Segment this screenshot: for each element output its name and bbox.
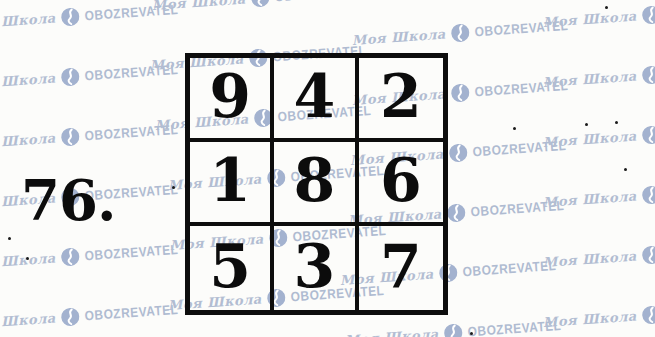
moya-shkola-watermark-text: Моя Школа — [151, 0, 246, 12]
moya-shkola-watermark-text: Моя Школа — [542, 308, 637, 330]
obozrevatel-logo-icon — [60, 306, 80, 326]
scan-speck — [172, 186, 175, 189]
grid-cell-r2c1: 1 — [190, 142, 274, 226]
cell-value: 6 — [380, 150, 422, 210]
problem-number: 76. — [21, 172, 115, 228]
obozrevatel-watermark-text: OBOZREVATEL — [84, 301, 179, 323]
watermark-unit: Моя ШколаOBOZREVATEL — [351, 14, 581, 50]
watermark-unit: Моя ШколаOBOZREVATEL — [542, 56, 655, 92]
scanned-textbook-page: Моя ШколаOBOZREVATELМоя ШколаOBOZREVATEL… — [0, 0, 655, 337]
scan-speck — [306, 285, 309, 288]
grid-cell-r1c3: 2 — [359, 58, 443, 142]
obozrevatel-logo-icon — [641, 184, 655, 204]
obozrevatel-logo-icon — [450, 22, 470, 42]
obozrevatel-watermark-text: OBOZREVATEL — [84, 61, 179, 83]
watermark-unit: Моя ШколаOBOZREVATEL — [542, 176, 655, 212]
scan-speck — [585, 123, 588, 126]
moya-shkola-watermark-text: Моя Школа — [0, 70, 56, 92]
moya-shkola-watermark-text: Моя Школа — [542, 188, 637, 210]
moya-shkola-watermark-text: Моя Школа — [344, 326, 439, 337]
cell-value: 5 — [209, 236, 251, 296]
obozrevatel-watermark-text: OBOZREVATEL — [467, 317, 562, 337]
obozrevatel-logo-icon — [60, 6, 80, 26]
obozrevatel-watermark-text: OBOZREVATEL — [84, 241, 179, 263]
obozrevatel-watermark-text: OBOZREVATEL — [470, 197, 565, 219]
moya-shkola-watermark-text: Моя Школа — [542, 128, 637, 150]
moya-shkola-watermark-text: Моя Школа — [0, 130, 56, 152]
obozrevatel-logo-icon — [443, 322, 463, 337]
obozrevatel-watermark-text: OBOZREVATEL — [274, 0, 369, 4]
scan-speck — [470, 332, 473, 335]
obozrevatel-logo-icon — [641, 244, 655, 264]
grid-cell-r3c3: 7 — [359, 226, 443, 310]
scan-speck — [624, 168, 627, 171]
scan-speck — [8, 237, 11, 240]
obozrevatel-logo-icon — [641, 4, 655, 24]
obozrevatel-logo-icon — [641, 64, 655, 84]
moya-shkola-watermark-text: Моя Школа — [0, 10, 56, 32]
watermark-unit: Моя ШколаOBOZREVATEL — [0, 118, 192, 154]
obozrevatel-logo-icon — [250, 0, 270, 8]
cell-value: 7 — [380, 236, 422, 296]
scan-speck — [513, 127, 516, 130]
watermark-unit: Моя ШколаOBOZREVATEL — [542, 296, 655, 332]
scan-speck — [615, 121, 618, 124]
watermark-unit: Моя ШколаOBOZREVATEL — [0, 0, 192, 34]
moya-shkola-watermark-text: Моя Школа — [0, 250, 56, 272]
obozrevatel-logo-icon — [448, 142, 468, 162]
obozrevatel-watermark-text: OBOZREVATEL — [84, 1, 179, 23]
obozrevatel-logo-icon — [641, 304, 655, 324]
moya-shkola-watermark-text: Моя Школа — [542, 8, 637, 30]
grid-cell-r1c2: 4 — [274, 58, 358, 142]
grid-cell-r1c1: 9 — [190, 58, 274, 142]
obozrevatel-logo-icon — [60, 246, 80, 266]
obozrevatel-watermark-text: OBOZREVATEL — [84, 121, 179, 143]
watermark-unit: Моя ШколаOBOZREVATEL — [0, 298, 192, 334]
obozrevatel-watermark-text: OBOZREVATEL — [462, 257, 557, 279]
moya-shkola-watermark-text: Моя Школа — [542, 68, 637, 90]
moya-shkola-watermark-text: Моя Школа — [351, 26, 446, 48]
watermark-unit: Моя ШколаOBOZREVATEL — [0, 58, 192, 94]
watermark-unit: Моя ШколаOBOZREVATEL — [0, 238, 192, 274]
moya-shkola-watermark-text: Моя Школа — [0, 310, 56, 332]
cell-value: 8 — [294, 150, 336, 210]
obozrevatel-logo-icon — [641, 124, 655, 144]
grid-cell-r3c1: 5 — [190, 226, 274, 310]
cell-value: 3 — [294, 236, 336, 296]
cell-value: 2 — [380, 66, 422, 126]
cell-value: 4 — [294, 66, 336, 126]
watermark-unit: Моя ШколаOBOZREVATEL — [542, 116, 655, 152]
grid-cell-r2c2: 8 — [274, 142, 358, 226]
watermark-unit: Моя ШколаOBOZREVATEL — [344, 314, 574, 337]
obozrevatel-logo-icon — [60, 126, 80, 146]
watermark-unit: Моя ШколаOBOZREVATEL — [542, 236, 655, 272]
obozrevatel-logo-icon — [60, 66, 80, 86]
cell-value: 9 — [209, 66, 251, 126]
grid-cell-r2c3: 6 — [359, 142, 443, 226]
scan-speck — [605, 6, 608, 9]
watermark-unit: Моя ШколаOBOZREVATEL — [542, 0, 655, 32]
moya-shkola-watermark-text: Моя Школа — [542, 248, 637, 270]
obozrevatel-watermark-text: OBOZREVATEL — [474, 77, 569, 99]
grid-cell-r3c2: 3 — [274, 226, 358, 310]
obozrevatel-watermark-text: OBOZREVATEL — [472, 137, 567, 159]
magic-square-grid: 9 4 2 1 8 6 5 3 7 — [185, 53, 448, 315]
obozrevatel-logo-icon — [446, 202, 466, 222]
scan-speck — [26, 257, 29, 260]
watermark-unit: Моя ШколаOBOZREVATEL — [151, 0, 381, 15]
cell-value: 1 — [209, 150, 251, 210]
obozrevatel-watermark-text: OBOZREVATEL — [474, 17, 569, 39]
obozrevatel-logo-icon — [450, 82, 470, 102]
